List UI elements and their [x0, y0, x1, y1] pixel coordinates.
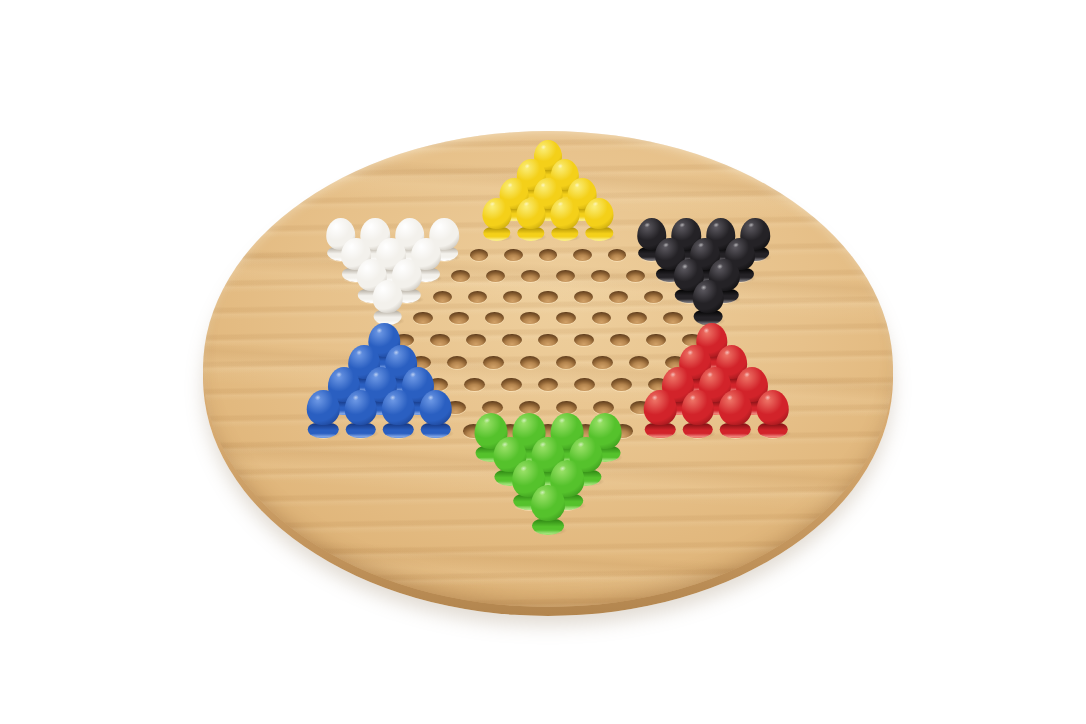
hole-r7c9[interactable]	[644, 291, 663, 303]
hole-r6c7[interactable]	[556, 270, 575, 282]
hole-r9c2[interactable]	[430, 334, 450, 347]
peg-blue[interactable]	[419, 390, 452, 438]
peg-blue[interactable]	[307, 390, 340, 438]
peg-base	[383, 423, 414, 438]
peg-base	[682, 423, 713, 438]
hole-r7c6[interactable]	[538, 291, 557, 303]
peg-head	[644, 390, 677, 425]
hole-r6c9[interactable]	[626, 270, 645, 282]
peg-head	[516, 198, 545, 230]
hole-r7c5[interactable]	[503, 291, 522, 303]
hole-r5c8[interactable]	[573, 249, 592, 261]
peg-black[interactable]	[693, 280, 724, 325]
hole-r10c7[interactable]	[592, 356, 612, 369]
peg-yellow[interactable]	[482, 198, 511, 241]
peg-head	[551, 198, 580, 230]
peg-blue[interactable]	[345, 390, 378, 438]
hole-r9c4[interactable]	[502, 334, 522, 347]
peg-yellow[interactable]	[551, 198, 580, 241]
peg-head	[307, 390, 340, 425]
hole-r11c4[interactable]	[464, 378, 485, 391]
hole-r10c4[interactable]	[483, 356, 503, 369]
hole-r10c5[interactable]	[520, 356, 540, 369]
peg-base	[720, 423, 751, 438]
peg-head	[482, 198, 511, 230]
peg-yellow[interactable]	[516, 198, 545, 241]
hole-r10c8[interactable]	[629, 356, 649, 369]
peg-base	[645, 423, 676, 438]
hole-r9c5[interactable]	[538, 334, 558, 347]
peg-head	[756, 390, 789, 425]
hole-r6c8[interactable]	[591, 270, 610, 282]
hole-r10c3[interactable]	[447, 356, 467, 369]
hole-r9c6[interactable]	[574, 334, 594, 347]
hole-r9c3[interactable]	[466, 334, 486, 347]
peg-head	[419, 390, 452, 425]
peg-yellow[interactable]	[585, 198, 614, 241]
peg-head	[682, 390, 715, 425]
hole-r8c8[interactable]	[627, 312, 647, 325]
peg-head	[531, 485, 565, 522]
hole-r8c2[interactable]	[413, 312, 433, 325]
peg-red[interactable]	[682, 390, 715, 438]
hole-r8c4[interactable]	[485, 312, 505, 325]
hole-r7c7[interactable]	[574, 291, 593, 303]
peg-red[interactable]	[719, 390, 752, 438]
hole-r5c9[interactable]	[608, 249, 627, 261]
hole-r6c6[interactable]	[521, 270, 540, 282]
hole-r8c7[interactable]	[592, 312, 612, 325]
hole-r6c4[interactable]	[451, 270, 470, 282]
hole-r9c8[interactable]	[646, 334, 666, 347]
chinese-checkers-board	[203, 131, 893, 607]
peg-base	[420, 423, 451, 438]
hole-r11c7[interactable]	[574, 378, 595, 391]
hole-r5c7[interactable]	[539, 249, 558, 261]
peg-blue[interactable]	[382, 390, 415, 438]
hole-r7c8[interactable]	[609, 291, 628, 303]
peg-head	[693, 280, 724, 313]
hole-r10c6[interactable]	[556, 356, 576, 369]
hole-r11c8[interactable]	[611, 378, 632, 391]
peg-base	[757, 423, 788, 438]
peg-white[interactable]	[372, 280, 403, 325]
hole-r11c6[interactable]	[538, 378, 559, 391]
hole-r5c6[interactable]	[504, 249, 523, 261]
peg-head	[372, 280, 403, 313]
product-photo-scene	[0, 0, 1086, 724]
peg-red[interactable]	[756, 390, 789, 438]
peg-green[interactable]	[531, 485, 565, 535]
peg-red[interactable]	[644, 390, 677, 438]
hole-r8c6[interactable]	[556, 312, 576, 325]
peg-head	[345, 390, 378, 425]
hole-r8c3[interactable]	[449, 312, 469, 325]
peg-base	[308, 423, 339, 438]
hole-r8c9[interactable]	[663, 312, 683, 325]
hole-r7c3[interactable]	[433, 291, 452, 303]
peg-head	[585, 198, 614, 230]
peg-head	[719, 390, 752, 425]
hole-r6c5[interactable]	[486, 270, 505, 282]
hole-r5c5[interactable]	[470, 249, 489, 261]
peg-base	[346, 423, 377, 438]
peg-head	[382, 390, 415, 425]
hole-r9c7[interactable]	[610, 334, 630, 347]
hole-r7c4[interactable]	[468, 291, 487, 303]
hole-r11c5[interactable]	[501, 378, 522, 391]
hole-r8c5[interactable]	[520, 312, 540, 325]
